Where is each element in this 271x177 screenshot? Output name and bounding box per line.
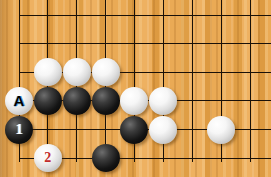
white-stone [34,58,62,86]
white-stone [149,116,177,144]
white-stone [120,87,148,115]
go-board[interactable]: A12 [0,0,271,177]
stones-layer: A12 [5,1,265,173]
white-stone [207,116,235,144]
stone-label: A [14,87,25,115]
black-stone [120,116,148,144]
black-stone [92,87,120,115]
black-stone [63,87,91,115]
white-stone [149,87,177,115]
white-stone [92,58,120,86]
stone-label: 2 [44,144,51,172]
black-stone [34,87,62,115]
white-stone-label-A: A [5,87,33,115]
white-stone-label-2: 2 [34,144,62,172]
black-stone-label-1: 1 [5,116,33,144]
white-stone [63,58,91,86]
stone-label: 1 [15,116,22,144]
black-stone [92,144,120,172]
